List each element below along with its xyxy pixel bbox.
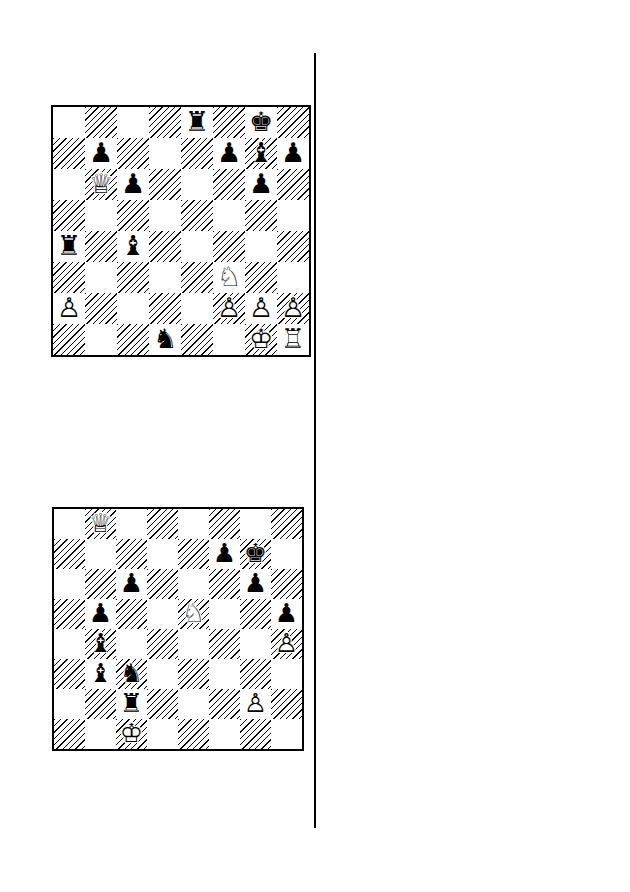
white-knight: ♞♘ (178, 599, 209, 629)
white-queen: ♛♕ (85, 169, 117, 200)
black-pawn: ♟ (117, 169, 149, 200)
square-c3 (117, 262, 149, 293)
square-f2: ♟♙ (213, 293, 245, 324)
square-c6: ♟ (116, 569, 147, 599)
square-a4 (54, 629, 85, 659)
square-a5 (53, 200, 85, 231)
black-knight: ♞ (116, 659, 147, 689)
piece-glyph: ♜ (120, 690, 143, 716)
square-a2 (54, 689, 85, 719)
square-h3 (271, 659, 302, 689)
square-b2 (85, 689, 116, 719)
piece-glyph: ♕ (89, 510, 112, 536)
piece-glyph: ♙ (281, 294, 305, 321)
square-d7 (147, 539, 178, 569)
white-king: ♚♔ (116, 719, 147, 749)
square-d3 (149, 262, 181, 293)
black-king: ♚ (245, 107, 277, 138)
white-pawn: ♟♙ (277, 293, 309, 324)
square-b6 (85, 569, 116, 599)
square-b8 (85, 107, 117, 138)
square-a8 (53, 107, 85, 138)
square-b1 (85, 324, 117, 355)
square-b4 (85, 231, 117, 262)
square-f1 (209, 719, 240, 749)
chess-diagram-1: ♜♚♟♟♝♟♛♕♟♟♜♝♞♘♟♙♟♙♟♙♟♙♞♚♔♜♖ (51, 105, 311, 357)
square-e2 (181, 293, 213, 324)
piece-glyph: ♝ (89, 660, 112, 686)
square-c2: ♜ (116, 689, 147, 719)
square-h1: ♜♖ (277, 324, 309, 355)
square-e4 (181, 231, 213, 262)
square-h2 (271, 689, 302, 719)
black-pawn: ♟ (277, 138, 309, 169)
square-e6 (181, 169, 213, 200)
square-d6 (149, 169, 181, 200)
piece-glyph: ♖ (281, 325, 305, 352)
square-b1 (85, 719, 116, 749)
square-b5 (85, 200, 117, 231)
black-pawn: ♟ (209, 539, 240, 569)
black-bishop: ♝ (117, 231, 149, 262)
square-b6: ♛♕ (85, 169, 117, 200)
square-d3 (147, 659, 178, 689)
piece-glyph: ♟ (89, 600, 112, 626)
square-c1: ♚♔ (116, 719, 147, 749)
square-d8 (147, 509, 178, 539)
square-h7: ♟ (277, 138, 309, 169)
square-h1 (271, 719, 302, 749)
square-e7 (181, 138, 213, 169)
square-f8 (213, 107, 245, 138)
piece-glyph: ♟ (120, 570, 143, 596)
piece-glyph: ♞ (120, 660, 143, 686)
white-pawn: ♟♙ (240, 689, 271, 719)
square-c3: ♞ (116, 659, 147, 689)
square-d1: ♞ (149, 324, 181, 355)
piece-glyph: ♕ (89, 170, 113, 197)
square-f5 (209, 599, 240, 629)
black-pawn: ♟ (240, 569, 271, 599)
square-h6 (277, 169, 309, 200)
white-pawn: ♟♙ (53, 293, 85, 324)
square-d7 (149, 138, 181, 169)
square-h7 (271, 539, 302, 569)
square-g8: ♚ (245, 107, 277, 138)
square-b8: ♛♕ (85, 509, 116, 539)
square-e4 (178, 629, 209, 659)
black-pawn: ♟ (271, 599, 302, 629)
square-g5 (245, 200, 277, 231)
square-e6 (178, 569, 209, 599)
square-a7 (53, 138, 85, 169)
square-d2 (149, 293, 181, 324)
black-knight: ♞ (149, 324, 181, 355)
square-a6 (54, 569, 85, 599)
square-e1 (178, 719, 209, 749)
white-pawn: ♟♙ (245, 293, 277, 324)
square-g7: ♚ (240, 539, 271, 569)
square-e2 (178, 689, 209, 719)
square-a1 (54, 719, 85, 749)
square-g7: ♝ (245, 138, 277, 169)
square-a3 (53, 262, 85, 293)
square-c7 (116, 539, 147, 569)
piece-glyph: ♚ (244, 540, 267, 566)
square-f7: ♟ (209, 539, 240, 569)
square-b4: ♝ (85, 629, 116, 659)
square-h4 (277, 231, 309, 262)
square-g2: ♟♙ (240, 689, 271, 719)
black-pawn: ♟ (245, 169, 277, 200)
piece-glyph: ♝ (89, 630, 112, 656)
square-a2: ♟♙ (53, 293, 85, 324)
chess-diagram-2: ♛♕♟♚♟♟♟♞♘♟♝♟♙♝♞♜♟♙♚♔ (52, 507, 304, 751)
square-h6 (271, 569, 302, 599)
square-f4 (209, 629, 240, 659)
piece-glyph: ♝ (249, 139, 273, 166)
black-bishop: ♝ (85, 659, 116, 689)
square-c5 (116, 599, 147, 629)
square-c8 (116, 509, 147, 539)
piece-glyph: ♞ (153, 325, 177, 352)
piece-glyph: ♘ (217, 263, 241, 290)
piece-glyph: ♟ (281, 139, 305, 166)
black-rook: ♜ (53, 231, 85, 262)
square-c2 (117, 293, 149, 324)
black-pawn: ♟ (85, 599, 116, 629)
black-bishop: ♝ (85, 629, 116, 659)
square-d5 (149, 200, 181, 231)
piece-glyph: ♜ (185, 108, 209, 135)
square-e8: ♜ (181, 107, 213, 138)
piece-glyph: ♟ (213, 540, 236, 566)
white-rook: ♜♖ (277, 324, 309, 355)
square-d1 (147, 719, 178, 749)
piece-glyph: ♔ (249, 325, 273, 352)
square-d4 (147, 629, 178, 659)
square-b7: ♟ (85, 138, 117, 169)
square-h8 (271, 509, 302, 539)
square-f6 (209, 569, 240, 599)
piece-glyph: ♟ (249, 170, 273, 197)
piece-glyph: ♙ (249, 294, 273, 321)
square-c4 (116, 629, 147, 659)
square-e8 (178, 509, 209, 539)
square-f2 (209, 689, 240, 719)
square-b7 (85, 539, 116, 569)
square-d6 (147, 569, 178, 599)
piece-glyph: ♟ (244, 570, 267, 596)
square-h5: ♟ (271, 599, 302, 629)
white-queen: ♛♕ (85, 509, 116, 539)
square-a4: ♜ (53, 231, 85, 262)
square-f8 (209, 509, 240, 539)
square-f3: ♞♘ (213, 262, 245, 293)
piece-glyph: ♚ (249, 108, 273, 135)
piece-glyph: ♟ (121, 170, 145, 197)
white-pawn: ♟♙ (271, 629, 302, 659)
square-d8 (149, 107, 181, 138)
square-c7 (117, 138, 149, 169)
square-f4 (213, 231, 245, 262)
square-d2 (147, 689, 178, 719)
piece-glyph: ♟ (89, 139, 113, 166)
black-king: ♚ (240, 539, 271, 569)
square-a6 (53, 169, 85, 200)
square-h8 (277, 107, 309, 138)
square-b3 (85, 262, 117, 293)
black-pawn: ♟ (85, 138, 117, 169)
square-h3 (277, 262, 309, 293)
square-f1 (213, 324, 245, 355)
black-pawn: ♟ (116, 569, 147, 599)
square-f7: ♟ (213, 138, 245, 169)
square-f5 (213, 200, 245, 231)
square-h4: ♟♙ (271, 629, 302, 659)
square-e3 (178, 659, 209, 689)
black-rook: ♜ (181, 107, 213, 138)
square-g2: ♟♙ (245, 293, 277, 324)
black-bishop: ♝ (245, 138, 277, 169)
square-g6: ♟ (245, 169, 277, 200)
piece-glyph: ♝ (121, 232, 145, 259)
piece-glyph: ♙ (275, 630, 298, 656)
square-c5 (117, 200, 149, 231)
square-g5 (240, 599, 271, 629)
piece-glyph: ♘ (182, 600, 205, 626)
book-page: ♜♚♟♟♝♟♛♕♟♟♜♝♞♘♟♙♟♙♟♙♟♙♞♚♔♜♖ ♛♕♟♚♟♟♟♞♘♟♝♟… (0, 0, 630, 892)
square-g6: ♟ (240, 569, 271, 599)
square-g3 (240, 659, 271, 689)
white-knight: ♞♘ (213, 262, 245, 293)
white-king: ♚♔ (245, 324, 277, 355)
square-g8 (240, 509, 271, 539)
square-b3: ♝ (85, 659, 116, 689)
square-c6: ♟ (117, 169, 149, 200)
square-b5: ♟ (85, 599, 116, 629)
square-e5 (181, 200, 213, 231)
square-e5: ♞♘ (178, 599, 209, 629)
square-a1 (53, 324, 85, 355)
square-d5 (147, 599, 178, 629)
square-a3 (54, 659, 85, 689)
square-c1 (117, 324, 149, 355)
piece-glyph: ♙ (217, 294, 241, 321)
square-d4 (149, 231, 181, 262)
white-pawn: ♟♙ (213, 293, 245, 324)
square-g1 (240, 719, 271, 749)
square-b2 (85, 293, 117, 324)
black-rook: ♜ (116, 689, 147, 719)
piece-glyph: ♙ (244, 690, 267, 716)
square-g3 (245, 262, 277, 293)
square-g4 (240, 629, 271, 659)
square-e3 (181, 262, 213, 293)
square-e7 (178, 539, 209, 569)
square-f3 (209, 659, 240, 689)
square-a5 (54, 599, 85, 629)
square-h5 (277, 200, 309, 231)
column-divider-line (314, 53, 316, 828)
square-f6 (213, 169, 245, 200)
square-g1: ♚♔ (245, 324, 277, 355)
piece-glyph: ♔ (120, 720, 143, 746)
square-a8 (54, 509, 85, 539)
piece-glyph: ♙ (57, 294, 81, 321)
piece-glyph: ♟ (217, 139, 241, 166)
square-c4: ♝ (117, 231, 149, 262)
square-g4 (245, 231, 277, 262)
piece-glyph: ♟ (275, 600, 298, 626)
square-h2: ♟♙ (277, 293, 309, 324)
black-pawn: ♟ (213, 138, 245, 169)
square-a7 (54, 539, 85, 569)
piece-glyph: ♜ (57, 232, 81, 259)
square-e1 (181, 324, 213, 355)
square-c8 (117, 107, 149, 138)
